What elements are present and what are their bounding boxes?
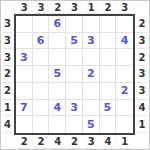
cell-r7c5[interactable]: 5 — [83, 116, 100, 133]
cell-r5c4[interactable] — [66, 83, 83, 100]
clue-top-2: 3 — [33, 1, 50, 14]
cell-r6c1[interactable]: 7 — [16, 100, 33, 117]
clue-bottom-3: 4 — [49, 135, 66, 149]
clue-bottom-7: 1 — [116, 135, 133, 149]
cell-r1c7[interactable] — [116, 16, 133, 33]
cell-r2c3[interactable] — [49, 33, 66, 50]
cell-r1c2[interactable] — [33, 16, 50, 33]
right-clues-column: 2323341 — [135, 16, 149, 133]
cell-r3c5[interactable] — [83, 49, 100, 66]
cell-r3c3[interactable] — [49, 49, 66, 66]
clue-top-5: 1 — [83, 1, 100, 14]
cell-r2c2[interactable]: 6 — [33, 33, 50, 50]
cell-r6c4[interactable]: 3 — [66, 100, 83, 117]
cell-r4c5[interactable]: 2 — [83, 66, 100, 83]
cell-r5c5[interactable] — [83, 83, 100, 100]
clue-bottom-4: 2 — [66, 135, 83, 149]
puzzle-grid: 66534352274355 — [14, 14, 135, 135]
skyscrapers-puzzle: 3323123 3332214 2323341 2242341 66534352… — [0, 0, 150, 150]
cell-r5c6[interactable] — [100, 83, 117, 100]
cell-r4c7[interactable] — [116, 66, 133, 83]
cell-r3c6[interactable] — [100, 49, 117, 66]
cell-r6c6[interactable]: 5 — [100, 100, 117, 117]
clue-left-1: 3 — [1, 16, 14, 33]
cell-r4c2[interactable] — [33, 66, 50, 83]
clue-left-7: 4 — [1, 116, 14, 133]
cell-r4c3[interactable]: 5 — [49, 66, 66, 83]
cell-r1c4[interactable] — [66, 16, 83, 33]
clue-right-2: 3 — [135, 33, 149, 50]
clue-bottom-2: 2 — [33, 135, 50, 149]
clue-bottom-5: 3 — [83, 135, 100, 149]
bottom-clues-row: 2242341 — [16, 135, 133, 149]
cell-r2c5[interactable]: 3 — [83, 33, 100, 50]
clue-top-3: 2 — [49, 1, 66, 14]
clue-left-5: 2 — [1, 83, 14, 100]
cell-r7c7[interactable] — [116, 116, 133, 133]
cell-r2c1[interactable] — [16, 33, 33, 50]
clue-right-1: 2 — [135, 16, 149, 33]
cell-r5c1[interactable] — [16, 83, 33, 100]
clue-right-3: 2 — [135, 49, 149, 66]
cell-r4c4[interactable] — [66, 66, 83, 83]
clue-top-6: 2 — [100, 1, 117, 14]
clue-top-7: 3 — [116, 1, 133, 14]
cell-r7c3[interactable] — [49, 116, 66, 133]
cell-r5c3[interactable] — [49, 83, 66, 100]
cell-r1c3[interactable]: 6 — [49, 16, 66, 33]
cell-r2c4[interactable]: 5 — [66, 33, 83, 50]
cell-r7c2[interactable] — [33, 116, 50, 133]
clue-right-6: 4 — [135, 100, 149, 117]
cell-r4c1[interactable] — [16, 66, 33, 83]
cell-r2c7[interactable]: 4 — [116, 33, 133, 50]
cell-r3c7[interactable] — [116, 49, 133, 66]
clue-left-3: 3 — [1, 49, 14, 66]
cell-r6c7[interactable] — [116, 100, 133, 117]
left-clues-column: 3332214 — [1, 16, 14, 133]
cell-r4c6[interactable] — [100, 66, 117, 83]
cell-r3c4[interactable] — [66, 49, 83, 66]
clue-top-4: 3 — [66, 1, 83, 14]
clue-left-6: 1 — [1, 100, 14, 117]
clue-right-5: 3 — [135, 83, 149, 100]
clue-bottom-6: 4 — [100, 135, 117, 149]
cell-r5c7[interactable]: 2 — [116, 83, 133, 100]
clue-bottom-1: 2 — [16, 135, 33, 149]
clue-left-4: 2 — [1, 66, 14, 83]
cell-r2c6[interactable] — [100, 33, 117, 50]
clue-right-4: 3 — [135, 66, 149, 83]
clue-left-2: 3 — [1, 33, 14, 50]
cell-r1c1[interactable] — [16, 16, 33, 33]
cell-r6c5[interactable] — [83, 100, 100, 117]
cell-r3c1[interactable]: 3 — [16, 49, 33, 66]
cell-r6c3[interactable]: 4 — [49, 100, 66, 117]
cell-r5c2[interactable] — [33, 83, 50, 100]
clue-top-1: 3 — [16, 1, 33, 14]
cell-r3c2[interactable] — [33, 49, 50, 66]
cell-r1c5[interactable] — [83, 16, 100, 33]
clue-right-7: 1 — [135, 116, 149, 133]
cell-r7c6[interactable] — [100, 116, 117, 133]
cell-r7c4[interactable] — [66, 116, 83, 133]
cell-r6c2[interactable] — [33, 100, 50, 117]
cell-r7c1[interactable] — [16, 116, 33, 133]
cell-r1c6[interactable] — [100, 16, 117, 33]
top-clues-row: 3323123 — [16, 1, 133, 14]
